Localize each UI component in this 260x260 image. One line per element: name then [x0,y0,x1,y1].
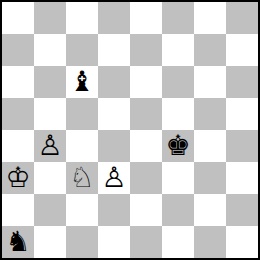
square-b5[interactable] [34,98,66,130]
square-d8[interactable] [98,2,130,34]
square-b8[interactable] [34,2,66,34]
square-c1[interactable] [66,226,98,258]
square-f2[interactable] [162,194,194,226]
chess-board: ♝♙♚♔♘♙♞ [2,2,258,258]
square-e3[interactable] [130,162,162,194]
square-g2[interactable] [194,194,226,226]
square-d7[interactable] [98,34,130,66]
square-f6[interactable] [162,66,194,98]
square-h4[interactable] [226,130,258,162]
square-c6[interactable]: ♝ [66,66,98,98]
square-a6[interactable] [2,66,34,98]
square-c5[interactable] [66,98,98,130]
chess-board-frame: ♝♙♚♔♘♙♞ [0,0,260,260]
square-c4[interactable] [66,130,98,162]
square-e8[interactable] [130,2,162,34]
square-a4[interactable] [2,130,34,162]
square-a8[interactable] [2,2,34,34]
square-h7[interactable] [226,34,258,66]
square-g5[interactable] [194,98,226,130]
black-bishop-piece[interactable]: ♝ [69,66,94,98]
square-g7[interactable] [194,34,226,66]
square-d5[interactable] [98,98,130,130]
square-g3[interactable] [194,162,226,194]
square-f1[interactable] [162,226,194,258]
square-f3[interactable] [162,162,194,194]
square-c7[interactable] [66,34,98,66]
square-e2[interactable] [130,194,162,226]
square-f4[interactable]: ♚ [162,130,194,162]
square-a1[interactable]: ♞ [2,226,34,258]
white-pawn-piece[interactable]: ♙ [37,130,62,162]
square-g8[interactable] [194,2,226,34]
white-knight-piece[interactable]: ♘ [69,162,94,194]
square-b4[interactable]: ♙ [34,130,66,162]
square-d4[interactable] [98,130,130,162]
square-e6[interactable] [130,66,162,98]
square-c2[interactable] [66,194,98,226]
square-a2[interactable] [2,194,34,226]
square-f8[interactable] [162,2,194,34]
square-a7[interactable] [2,34,34,66]
square-g1[interactable] [194,226,226,258]
square-h6[interactable] [226,66,258,98]
black-king-piece[interactable]: ♚ [165,130,190,162]
square-g6[interactable] [194,66,226,98]
square-b6[interactable] [34,66,66,98]
square-e4[interactable] [130,130,162,162]
square-f5[interactable] [162,98,194,130]
square-a5[interactable] [2,98,34,130]
square-e7[interactable] [130,34,162,66]
square-b7[interactable] [34,34,66,66]
white-pawn-piece[interactable]: ♙ [101,162,126,194]
square-d1[interactable] [98,226,130,258]
square-c8[interactable] [66,2,98,34]
square-f7[interactable] [162,34,194,66]
square-h5[interactable] [226,98,258,130]
black-knight-piece[interactable]: ♞ [5,226,30,258]
square-h1[interactable] [226,226,258,258]
square-h3[interactable] [226,162,258,194]
white-king-piece[interactable]: ♔ [5,162,30,194]
square-a3[interactable]: ♔ [2,162,34,194]
square-e5[interactable] [130,98,162,130]
square-b1[interactable] [34,226,66,258]
square-g4[interactable] [194,130,226,162]
square-d6[interactable] [98,66,130,98]
square-b3[interactable] [34,162,66,194]
square-h2[interactable] [226,194,258,226]
square-c3[interactable]: ♘ [66,162,98,194]
square-d2[interactable] [98,194,130,226]
square-e1[interactable] [130,226,162,258]
square-d3[interactable]: ♙ [98,162,130,194]
square-h8[interactable] [226,2,258,34]
square-b2[interactable] [34,194,66,226]
